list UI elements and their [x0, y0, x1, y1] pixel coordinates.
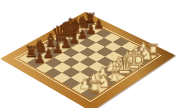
photo-frame: ♜♞♝♛♚♝♞♜♟♟♟♟♟♟♟♟♟♟♟♟♟♟♟♟♜♞♝♛♚♝♞♜ [0, 0, 180, 108]
chess-board: ♜♞♝♛♚♝♞♜♟♟♟♟♟♟♟♟♟♟♟♟♟♟♟♟♜♞♝♛♚♝♞♜ [0, 12, 175, 108]
chess-set-photo: ♜♞♝♛♚♝♞♜♟♟♟♟♟♟♟♟♟♟♟♟♟♟♟♟♜♞♝♛♚♝♞♜ [0, 0, 180, 108]
board-grid: ♜♞♝♛♚♝♞♜♟♟♟♟♟♟♟♟♟♟♟♟♟♟♟♟♜♞♝♛♚♝♞♜ [19, 21, 158, 100]
